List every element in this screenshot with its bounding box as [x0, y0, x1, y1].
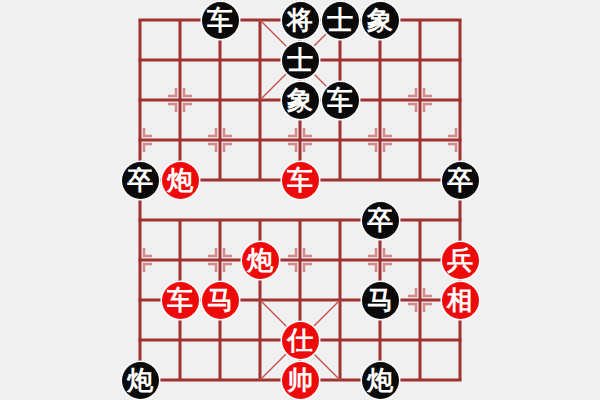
piece-red-advisor[interactable]: 仕 [282, 322, 319, 359]
piece-red-elephant[interactable]: 相 [442, 282, 479, 319]
piece-black-elephant[interactable]: 象 [282, 82, 319, 119]
piece-black-general[interactable]: 将 [282, 2, 319, 39]
piece-black-advisor[interactable]: 士 [322, 2, 359, 39]
piece-red-chariot[interactable]: 车 [162, 282, 199, 319]
piece-red-cannon[interactable]: 炮 [162, 162, 199, 199]
piece-red-soldier[interactable]: 兵 [442, 242, 479, 279]
piece-black-soldier[interactable]: 卒 [362, 202, 399, 239]
piece-red-cannon[interactable]: 炮 [242, 242, 279, 279]
piece-black-horse[interactable]: 马 [362, 282, 399, 319]
piece-black-chariot[interactable]: 车 [202, 2, 239, 39]
pieces-layer: 车将士象士象车卒炮车卒卒炮兵车马马相仕炮帅炮 [120, 0, 480, 400]
piece-red-general[interactable]: 帅 [282, 362, 319, 399]
piece-red-horse[interactable]: 马 [202, 282, 239, 319]
piece-black-elephant[interactable]: 象 [362, 2, 399, 39]
piece-black-advisor[interactable]: 士 [282, 42, 319, 79]
piece-black-soldier[interactable]: 卒 [442, 162, 479, 199]
piece-red-chariot[interactable]: 车 [282, 162, 319, 199]
piece-black-cannon[interactable]: 炮 [122, 362, 159, 399]
piece-black-cannon[interactable]: 炮 [362, 362, 399, 399]
piece-black-chariot[interactable]: 车 [322, 82, 359, 119]
xiangqi-board: 车将士象士象车卒炮车卒卒炮兵车马马相仕炮帅炮 [0, 0, 600, 400]
piece-black-soldier[interactable]: 卒 [122, 162, 159, 199]
